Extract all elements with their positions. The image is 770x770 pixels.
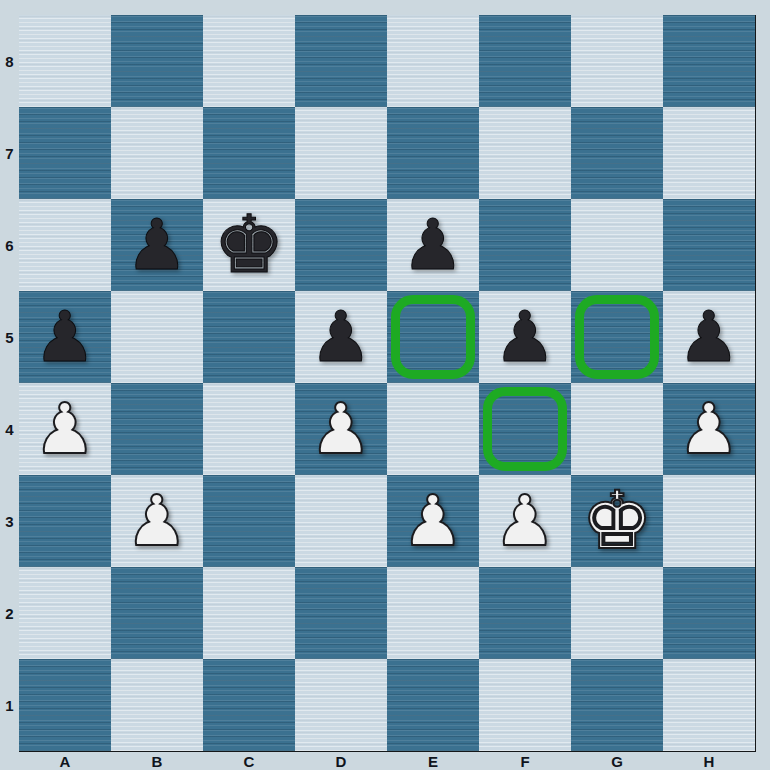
square-d6[interactable] [295,199,387,291]
square-h8[interactable] [663,15,755,107]
square-d5[interactable]: ♟ [295,291,387,383]
chess-app: 87654321 ♟♚♟♟♟♟♟♟♟♟♟♟♟♚ ABCDEFGH [0,0,770,770]
piece-black-pawn-d5[interactable]: ♟ [310,291,373,383]
rank-labels: 87654321 [0,15,19,751]
square-a4[interactable]: ♟ [19,383,111,475]
square-e8[interactable] [387,15,479,107]
square-c4[interactable] [203,383,295,475]
square-b6[interactable]: ♟ [111,199,203,291]
square-b7[interactable] [111,107,203,199]
square-a1[interactable] [19,659,111,751]
square-g2[interactable] [571,567,663,659]
square-g3[interactable]: ♚ [571,475,663,567]
square-h6[interactable] [663,199,755,291]
piece-black-pawn-a5[interactable]: ♟ [34,291,97,383]
piece-black-pawn-h5[interactable]: ♟ [678,291,741,383]
square-d7[interactable] [295,107,387,199]
square-b5[interactable] [111,291,203,383]
square-g6[interactable] [571,199,663,291]
square-f3[interactable]: ♟ [479,475,571,567]
file-label-a: A [19,752,111,770]
file-label-b: B [111,752,203,770]
chess-board: ♟♚♟♟♟♟♟♟♟♟♟♟♟♚ [19,15,756,752]
piece-white-pawn-d4[interactable]: ♟ [310,383,373,475]
rank-label-4: 4 [0,383,19,475]
square-e1[interactable] [387,659,479,751]
rank-label-6: 6 [0,199,19,291]
file-label-e: E [387,752,479,770]
square-a7[interactable] [19,107,111,199]
piece-white-pawn-a4[interactable]: ♟ [34,383,97,475]
square-d3[interactable] [295,475,387,567]
piece-white-pawn-h4[interactable]: ♟ [678,383,741,475]
square-f1[interactable] [479,659,571,751]
square-g5[interactable] [571,291,663,383]
square-e2[interactable] [387,567,479,659]
square-f4[interactable] [479,383,571,475]
square-h4[interactable]: ♟ [663,383,755,475]
file-label-g: G [571,752,663,770]
piece-black-pawn-e6[interactable]: ♟ [402,199,465,291]
square-h7[interactable] [663,107,755,199]
square-c3[interactable] [203,475,295,567]
square-b1[interactable] [111,659,203,751]
square-c8[interactable] [203,15,295,107]
square-c5[interactable] [203,291,295,383]
rank-label-2: 2 [0,567,19,659]
rank-label-7: 7 [0,107,19,199]
piece-black-king-c6[interactable]: ♚ [213,199,285,291]
square-a8[interactable] [19,15,111,107]
file-label-c: C [203,752,295,770]
rank-label-1: 1 [0,659,19,751]
square-c1[interactable] [203,659,295,751]
square-f6[interactable] [479,199,571,291]
square-g8[interactable] [571,15,663,107]
square-g7[interactable] [571,107,663,199]
square-c7[interactable] [203,107,295,199]
square-h3[interactable] [663,475,755,567]
rank-label-3: 3 [0,475,19,567]
square-b2[interactable] [111,567,203,659]
square-e5[interactable] [387,291,479,383]
square-h2[interactable] [663,567,755,659]
square-d2[interactable] [295,567,387,659]
square-h5[interactable]: ♟ [663,291,755,383]
file-label-f: F [479,752,571,770]
square-d4[interactable]: ♟ [295,383,387,475]
square-b3[interactable]: ♟ [111,475,203,567]
piece-white-king-g3[interactable]: ♚ [581,475,653,567]
piece-black-pawn-f5[interactable]: ♟ [494,291,557,383]
square-h1[interactable] [663,659,755,751]
square-e4[interactable] [387,383,479,475]
square-d1[interactable] [295,659,387,751]
rank-label-8: 8 [0,15,19,107]
square-a2[interactable] [19,567,111,659]
square-f5[interactable]: ♟ [479,291,571,383]
square-g1[interactable] [571,659,663,751]
square-b8[interactable] [111,15,203,107]
piece-white-pawn-e3[interactable]: ♟ [402,475,465,567]
highlight-f4 [483,387,567,471]
file-label-h: H [663,752,755,770]
square-e6[interactable]: ♟ [387,199,479,291]
square-g4[interactable] [571,383,663,475]
square-a5[interactable]: ♟ [19,291,111,383]
file-label-d: D [295,752,387,770]
piece-white-pawn-b3[interactable]: ♟ [126,475,189,567]
piece-white-pawn-f3[interactable]: ♟ [494,475,557,567]
rank-label-5: 5 [0,291,19,383]
square-e7[interactable] [387,107,479,199]
square-c6[interactable]: ♚ [203,199,295,291]
square-f2[interactable] [479,567,571,659]
highlight-g5 [575,295,659,379]
square-c2[interactable] [203,567,295,659]
square-e3[interactable]: ♟ [387,475,479,567]
square-b4[interactable] [111,383,203,475]
square-a3[interactable] [19,475,111,567]
piece-black-pawn-b6[interactable]: ♟ [126,199,189,291]
file-labels: ABCDEFGH [19,752,755,770]
highlight-e5 [391,295,475,379]
square-a6[interactable] [19,199,111,291]
square-f8[interactable] [479,15,571,107]
square-f7[interactable] [479,107,571,199]
square-d8[interactable] [295,15,387,107]
